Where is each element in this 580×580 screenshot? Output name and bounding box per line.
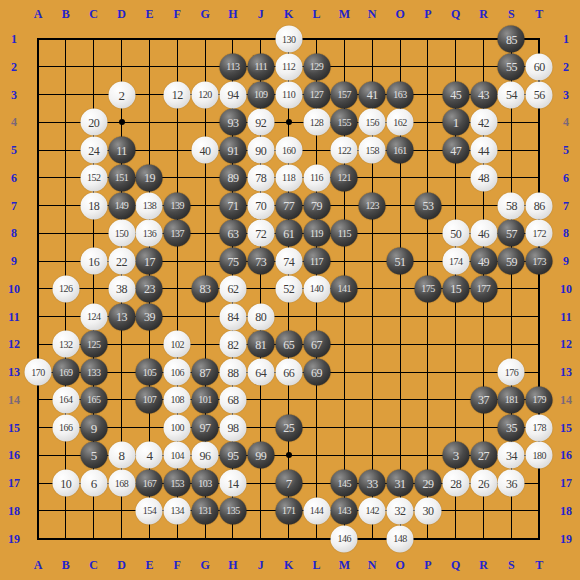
row-label-right: 11 (560, 309, 571, 324)
go-stone-white[interactable]: 178 (526, 414, 553, 441)
move-number: 42 (478, 116, 489, 128)
move-number: 49 (478, 255, 489, 267)
go-stone-white[interactable]: 56 (526, 81, 553, 108)
go-stone-white[interactable]: 50 (442, 220, 469, 247)
move-number: 116 (310, 173, 323, 183)
col-label-top: B (62, 7, 70, 22)
move-number: 131 (198, 506, 212, 516)
move-number: 7 (286, 477, 292, 490)
move-number: 91 (227, 144, 238, 156)
go-stone-white[interactable]: 20 (80, 109, 107, 136)
go-stone-black[interactable]: 79 (303, 192, 330, 219)
go-stone-black[interactable]: 151 (108, 164, 135, 191)
go-stone-white[interactable]: 140 (303, 275, 330, 302)
go-stone-black[interactable]: 143 (331, 497, 358, 524)
move-number: 51 (395, 255, 406, 267)
move-number: 97 (200, 422, 211, 434)
move-number: 90 (255, 144, 266, 156)
move-number: 8 (119, 449, 125, 462)
go-stone-black[interactable]: 71 (219, 192, 246, 219)
move-number: 9 (91, 421, 97, 434)
go-stone-white[interactable]: 58 (498, 192, 525, 219)
go-stone-black[interactable]: 117 (303, 248, 330, 275)
move-number: 46 (478, 227, 489, 239)
go-stone-white[interactable]: 174 (442, 248, 469, 275)
go-stone-white[interactable]: 38 (108, 275, 135, 302)
go-stone-white[interactable]: 30 (414, 497, 441, 524)
move-number: 106 (171, 367, 185, 377)
row-label-left: 10 (8, 281, 20, 296)
go-stone-white[interactable]: 2 (108, 81, 135, 108)
go-stone-black[interactable]: 109 (247, 81, 274, 108)
go-stone-black[interactable]: 91 (219, 137, 246, 164)
move-number: 32 (395, 505, 406, 517)
go-stone-white[interactable]: 176 (498, 359, 525, 386)
go-stone-black[interactable]: 41 (359, 81, 386, 108)
col-label-top: O (395, 7, 404, 22)
row-label-right: 15 (560, 420, 572, 435)
go-stone-black[interactable]: 37 (470, 386, 497, 413)
go-stone-white[interactable]: 90 (247, 137, 274, 164)
go-stone-black[interactable]: 153 (164, 470, 191, 497)
go-stone-black[interactable]: 137 (164, 220, 191, 247)
go-stone-black[interactable]: 47 (442, 137, 469, 164)
move-number: 101 (198, 395, 212, 405)
move-number: 20 (88, 116, 99, 128)
row-label-left: 11 (8, 309, 19, 324)
go-stone-white[interactable]: 16 (80, 248, 107, 275)
go-stone-white[interactable]: 118 (275, 164, 302, 191)
go-stone-black[interactable]: 25 (275, 414, 302, 441)
move-number: 148 (393, 534, 407, 544)
move-number: 83 (200, 283, 211, 295)
go-stone-black[interactable]: 83 (192, 275, 219, 302)
go-stone-black[interactable]: 115 (331, 220, 358, 247)
go-stone-black[interactable]: 113 (219, 53, 246, 80)
go-stone-black[interactable]: 73 (247, 248, 274, 275)
move-number: 43 (478, 89, 489, 101)
go-stone-black[interactable]: 119 (303, 220, 330, 247)
go-stone-white[interactable]: 128 (303, 109, 330, 136)
go-stone-white[interactable]: 84 (219, 303, 246, 330)
go-stone-white[interactable]: 62 (219, 275, 246, 302)
go-stone-white[interactable]: 64 (247, 359, 274, 386)
move-number: 113 (226, 62, 239, 72)
col-label-top: S (508, 7, 515, 22)
go-stone-white[interactable]: 42 (470, 109, 497, 136)
go-stone-white[interactable]: 18 (80, 192, 107, 219)
go-stone-white[interactable]: 28 (442, 470, 469, 497)
go-stone-black[interactable]: 51 (387, 248, 414, 275)
move-number: 94 (227, 89, 238, 101)
move-number: 95 (227, 449, 238, 461)
col-label-bottom: O (395, 558, 404, 573)
go-stone-black[interactable]: 45 (442, 81, 469, 108)
move-number: 162 (393, 117, 407, 127)
go-stone-black[interactable]: 87 (192, 359, 219, 386)
go-board[interactable]: AABBCCDDEEFFGGHHJJKKLLMMNNOOPPQQRRSSTT11… (0, 0, 580, 580)
row-label-left: 5 (11, 143, 17, 158)
col-label-top: N (368, 7, 377, 22)
move-number: 178 (533, 423, 547, 433)
col-label-top: A (34, 7, 43, 22)
go-stone-black[interactable]: 123 (359, 192, 386, 219)
go-stone-black[interactable]: 169 (52, 359, 79, 386)
move-number: 136 (143, 228, 157, 238)
move-number: 111 (254, 62, 267, 72)
go-stone-black[interactable]: 179 (526, 386, 553, 413)
go-stone-white[interactable]: 162 (387, 109, 414, 136)
go-stone-black[interactable]: 67 (303, 331, 330, 358)
go-stone-black[interactable]: 57 (498, 220, 525, 247)
go-stone-white[interactable]: 32 (387, 497, 414, 524)
go-stone-black[interactable]: 27 (470, 442, 497, 469)
go-stone-black[interactable]: 99 (247, 442, 274, 469)
move-number: 150 (115, 228, 129, 238)
go-stone-black[interactable]: 75 (219, 248, 246, 275)
go-stone-black[interactable]: 69 (303, 359, 330, 386)
go-stone-white[interactable]: 80 (247, 303, 274, 330)
move-number: 62 (227, 283, 238, 295)
go-stone-white[interactable]: 22 (108, 248, 135, 275)
col-label-bottom: B (62, 558, 70, 573)
col-label-top: M (339, 7, 350, 22)
move-number: 56 (534, 89, 545, 101)
go-stone-black[interactable]: 131 (192, 497, 219, 524)
go-stone-black[interactable]: 19 (136, 164, 163, 191)
go-stone-black[interactable]: 35 (498, 414, 525, 441)
move-number: 12 (172, 89, 183, 101)
go-stone-black[interactable]: 145 (331, 470, 358, 497)
move-number: 52 (283, 283, 294, 295)
col-label-bottom: S (508, 558, 515, 573)
go-stone-white[interactable]: 102 (164, 331, 191, 358)
move-number: 138 (143, 201, 157, 211)
go-stone-black[interactable]: 157 (331, 81, 358, 108)
move-number: 153 (171, 478, 185, 488)
go-stone-black[interactable]: 175 (414, 275, 441, 302)
row-label-right: 19 (560, 531, 572, 546)
go-stone-white[interactable]: 26 (470, 470, 497, 497)
go-stone-black[interactable]: 81 (247, 331, 274, 358)
go-stone-black[interactable]: 141 (331, 275, 358, 302)
col-label-top: Q (451, 7, 460, 22)
go-stone-white[interactable]: 88 (219, 359, 246, 386)
go-stone-white[interactable]: 74 (275, 248, 302, 275)
row-label-left: 1 (11, 32, 17, 47)
go-stone-black[interactable]: 139 (164, 192, 191, 219)
star-point (286, 119, 292, 125)
go-stone-black[interactable]: 163 (387, 81, 414, 108)
move-number: 96 (200, 449, 211, 461)
go-stone-black[interactable]: 17 (136, 248, 163, 275)
go-app-window: AABBCCDDEEFFGGHHJJKKLLMMNNOOPPQQRRSSTT11… (0, 0, 580, 580)
go-stone-black[interactable]: 63 (219, 220, 246, 247)
go-stone-black[interactable]: 97 (192, 414, 219, 441)
star-point (119, 119, 125, 125)
go-stone-white[interactable]: 8 (108, 442, 135, 469)
move-number: 174 (449, 256, 463, 266)
go-stone-black[interactable]: 173 (526, 248, 553, 275)
move-number: 31 (395, 477, 406, 489)
go-stone-black[interactable]: 125 (80, 331, 107, 358)
go-stone-black[interactable]: 149 (108, 192, 135, 219)
go-stone-white[interactable]: 112 (275, 53, 302, 80)
go-stone-black[interactable]: 65 (275, 331, 302, 358)
go-stone-white[interactable]: 156 (359, 109, 386, 136)
go-stone-white[interactable]: 150 (108, 220, 135, 247)
go-stone-white[interactable]: 40 (192, 137, 219, 164)
go-stone-black[interactable]: 5 (80, 442, 107, 469)
go-stone-white[interactable]: 104 (164, 442, 191, 469)
col-label-bottom: L (312, 558, 320, 573)
go-stone-white[interactable]: 6 (80, 470, 107, 497)
go-stone-white[interactable]: 44 (470, 137, 497, 164)
go-stone-white[interactable]: 142 (359, 497, 386, 524)
go-stone-black[interactable]: 1 (442, 109, 469, 136)
go-stone-black[interactable]: 177 (470, 275, 497, 302)
go-stone-black[interactable]: 31 (387, 470, 414, 497)
go-stone-white[interactable]: 10 (52, 470, 79, 497)
move-number: 139 (171, 201, 185, 211)
go-stone-black[interactable]: 105 (136, 359, 163, 386)
go-stone-white[interactable]: 48 (470, 164, 497, 191)
go-stone-black[interactable]: 55 (498, 53, 525, 80)
go-stone-white[interactable]: 122 (331, 137, 358, 164)
go-stone-white[interactable]: 72 (247, 220, 274, 247)
go-stone-white[interactable]: 54 (498, 81, 525, 108)
go-stone-black[interactable]: 95 (219, 442, 246, 469)
col-label-bottom: Q (451, 558, 460, 573)
star-point (286, 452, 292, 458)
go-stone-black[interactable]: 59 (498, 248, 525, 275)
go-stone-white[interactable]: 82 (219, 331, 246, 358)
go-stone-black[interactable]: 93 (219, 109, 246, 136)
row-label-left: 17 (8, 476, 20, 491)
move-number: 98 (227, 422, 238, 434)
move-number: 16 (88, 255, 99, 267)
go-stone-white[interactable]: 92 (247, 109, 274, 136)
go-stone-black[interactable]: 39 (136, 303, 163, 330)
move-number: 161 (393, 145, 407, 155)
go-stone-black[interactable]: 89 (219, 164, 246, 191)
go-stone-black[interactable]: 103 (192, 470, 219, 497)
move-number: 63 (227, 227, 238, 239)
row-label-right: 4 (563, 115, 569, 130)
go-stone-white[interactable]: 158 (359, 137, 386, 164)
row-label-right: 10 (560, 281, 572, 296)
move-number: 100 (171, 423, 185, 433)
move-number: 118 (282, 173, 295, 183)
move-number: 115 (338, 228, 351, 238)
col-label-bottom: F (174, 558, 181, 573)
go-stone-white[interactable]: 138 (136, 192, 163, 219)
go-stone-white[interactable]: 66 (275, 359, 302, 386)
go-stone-white[interactable]: 170 (25, 359, 52, 386)
go-stone-black[interactable]: 23 (136, 275, 163, 302)
go-stone-white[interactable]: 14 (219, 470, 246, 497)
move-number: 166 (59, 423, 73, 433)
go-stone-white[interactable]: 134 (164, 497, 191, 524)
move-number: 122 (338, 145, 352, 155)
move-number: 70 (255, 200, 266, 212)
col-label-bottom: N (368, 558, 377, 573)
go-stone-white[interactable]: 100 (164, 414, 191, 441)
go-stone-white[interactable]: 160 (275, 137, 302, 164)
go-stone-black[interactable]: 127 (303, 81, 330, 108)
go-stone-black[interactable]: 29 (414, 470, 441, 497)
go-stone-black[interactable]: 161 (387, 137, 414, 164)
go-stone-black[interactable]: 11 (108, 137, 135, 164)
move-number: 175 (421, 284, 435, 294)
go-stone-white[interactable]: 46 (470, 220, 497, 247)
go-stone-black[interactable]: 111 (247, 53, 274, 80)
move-number: 64 (255, 366, 266, 378)
go-stone-white[interactable]: 154 (136, 497, 163, 524)
go-stone-white[interactable]: 52 (275, 275, 302, 302)
move-number: 170 (31, 367, 45, 377)
move-number: 65 (283, 338, 294, 350)
move-number: 53 (422, 200, 433, 212)
go-stone-white[interactable]: 168 (108, 470, 135, 497)
go-stone-white[interactable]: 132 (52, 331, 79, 358)
move-number: 1 (453, 116, 459, 129)
move-number: 171 (282, 506, 296, 516)
go-stone-white[interactable]: 24 (80, 137, 107, 164)
go-stone-black[interactable]: 53 (414, 192, 441, 219)
move-number: 59 (506, 255, 517, 267)
move-number: 102 (171, 339, 185, 349)
move-number: 165 (87, 395, 101, 405)
go-stone-white[interactable]: 146 (331, 525, 358, 552)
go-stone-black[interactable]: 43 (470, 81, 497, 108)
go-stone-white[interactable]: 78 (247, 164, 274, 191)
go-stone-black[interactable]: 167 (136, 470, 163, 497)
go-stone-black[interactable]: 135 (219, 497, 246, 524)
go-stone-white[interactable]: 130 (275, 26, 302, 53)
go-stone-white[interactable]: 96 (192, 442, 219, 469)
go-stone-black[interactable]: 49 (470, 248, 497, 275)
go-stone-black[interactable]: 181 (498, 386, 525, 413)
col-label-top: K (284, 7, 293, 22)
move-number: 2 (119, 88, 125, 101)
go-stone-white[interactable]: 126 (52, 275, 79, 302)
go-stone-black[interactable]: 7 (275, 470, 302, 497)
go-stone-white[interactable]: 166 (52, 414, 79, 441)
move-number: 125 (87, 339, 101, 349)
move-number: 132 (59, 339, 73, 349)
go-stone-white[interactable]: 34 (498, 442, 525, 469)
go-stone-white[interactable]: 110 (275, 81, 302, 108)
col-label-bottom: J (258, 558, 264, 573)
go-stone-white[interactable]: 148 (387, 525, 414, 552)
go-stone-black[interactable]: 129 (303, 53, 330, 80)
go-stone-black[interactable]: 121 (331, 164, 358, 191)
go-stone-black[interactable]: 3 (442, 442, 469, 469)
row-label-left: 16 (8, 448, 20, 463)
go-stone-black[interactable]: 9 (80, 414, 107, 441)
go-stone-white[interactable]: 68 (219, 386, 246, 413)
go-stone-white[interactable]: 164 (52, 386, 79, 413)
go-stone-white[interactable]: 12 (164, 81, 191, 108)
go-stone-white[interactable]: 172 (526, 220, 553, 247)
move-number: 57 (506, 227, 517, 239)
move-number: 163 (393, 90, 407, 100)
go-stone-white[interactable]: 94 (219, 81, 246, 108)
go-stone-white[interactable]: 136 (136, 220, 163, 247)
go-stone-white[interactable]: 120 (192, 81, 219, 108)
move-number: 152 (87, 173, 101, 183)
go-stone-white[interactable]: 108 (164, 386, 191, 413)
go-stone-white[interactable]: 180 (526, 442, 553, 469)
go-stone-white[interactable]: 4 (136, 442, 163, 469)
move-number: 108 (171, 395, 185, 405)
move-number: 140 (310, 284, 324, 294)
col-label-bottom: T (535, 558, 543, 573)
go-stone-black[interactable]: 101 (192, 386, 219, 413)
row-label-left: 18 (8, 503, 20, 518)
move-number: 119 (310, 228, 323, 238)
row-label-right: 6 (563, 170, 569, 185)
go-stone-black[interactable]: 133 (80, 359, 107, 386)
move-number: 35 (506, 422, 517, 434)
go-stone-black[interactable]: 33 (359, 470, 386, 497)
go-stone-white[interactable]: 60 (526, 53, 553, 80)
move-number: 3 (453, 449, 459, 462)
go-stone-black[interactable]: 61 (275, 220, 302, 247)
go-stone-white[interactable]: 70 (247, 192, 274, 219)
go-stone-white[interactable]: 124 (80, 303, 107, 330)
go-stone-white[interactable]: 152 (80, 164, 107, 191)
col-label-top: E (145, 7, 153, 22)
col-label-bottom: G (200, 558, 209, 573)
move-number: 54 (506, 89, 517, 101)
go-stone-black[interactable]: 165 (80, 386, 107, 413)
row-label-right: 14 (560, 392, 572, 407)
col-label-bottom: H (228, 558, 237, 573)
go-stone-black[interactable]: 15 (442, 275, 469, 302)
move-number: 34 (506, 449, 517, 461)
move-number: 27 (478, 449, 489, 461)
go-stone-white[interactable]: 106 (164, 359, 191, 386)
go-stone-black[interactable]: 77 (275, 192, 302, 219)
move-number: 67 (311, 338, 322, 350)
go-stone-black[interactable]: 155 (331, 109, 358, 136)
col-label-bottom: D (117, 558, 126, 573)
go-stone-black[interactable]: 13 (108, 303, 135, 330)
move-number: 145 (338, 478, 352, 488)
go-stone-white[interactable]: 144 (303, 497, 330, 524)
move-number: 44 (478, 144, 489, 156)
move-number: 181 (505, 395, 519, 405)
col-label-bottom: M (339, 558, 350, 573)
go-stone-black[interactable]: 85 (498, 26, 525, 53)
move-number: 81 (255, 338, 266, 350)
col-label-top: F (174, 7, 181, 22)
row-label-left: 8 (11, 226, 17, 241)
go-stone-white[interactable]: 116 (303, 164, 330, 191)
move-number: 29 (422, 477, 433, 489)
go-stone-black[interactable]: 107 (136, 386, 163, 413)
go-stone-white[interactable]: 86 (526, 192, 553, 219)
move-number: 80 (255, 311, 266, 323)
go-stone-black[interactable]: 171 (275, 497, 302, 524)
row-label-right: 2 (563, 59, 569, 74)
col-label-top: P (424, 7, 431, 22)
go-stone-white[interactable]: 98 (219, 414, 246, 441)
go-stone-white[interactable]: 36 (498, 470, 525, 497)
row-label-left: 4 (11, 115, 17, 130)
